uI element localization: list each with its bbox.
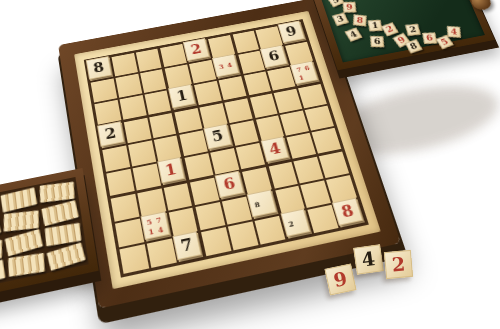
blank-tile-stack[interactable]: [41, 200, 79, 226]
board-cell-r4c3[interactable]: [149, 113, 177, 138]
blank-tile-stack[interactable]: [0, 259, 6, 287]
board-cell-r2c1[interactable]: [91, 78, 117, 102]
number-tile-1-r6c3[interactable]: 1: [157, 157, 185, 184]
number-tile-7-r9c3[interactable]: 7: [172, 231, 202, 260]
board-cell-r7c5[interactable]: 6: [216, 172, 245, 199]
number-tile-1-r3c4[interactable]: 1: [168, 84, 195, 108]
board-cell-r3c6[interactable]: [218, 76, 246, 100]
board-cell-r8c4[interactable]: [196, 202, 226, 230]
board-cell-r9c1[interactable]: [119, 244, 149, 274]
board-cell-r1c9[interactable]: 9: [279, 22, 306, 44]
right-tile-drawer[interactable]: 59384126928654: [311, 0, 495, 70]
sudoku-board-assembly: 82341967612154571476828 59384126928654: [58, 0, 401, 309]
board-cell-r3c5[interactable]: [194, 81, 221, 105]
number-tile-2-r4c1[interactable]: 2: [97, 121, 124, 147]
board-cell-r2c8[interactable]: 6: [262, 46, 290, 69]
board-cell-r6c9[interactable]: [312, 128, 342, 154]
board-cell-r5c9[interactable]: [305, 106, 334, 131]
loose-tile-4[interactable]: 4: [353, 244, 383, 274]
board-cell-r2c6[interactable]: 34: [213, 55, 240, 78]
grid-box: 2341: [160, 35, 246, 110]
number-tile-9-r1c9[interactable]: 9: [278, 21, 305, 43]
right-drawer-felt-lining: 59384126928654: [320, 0, 485, 62]
board-cell-r4c2[interactable]: [124, 118, 151, 143]
loose-tile-2[interactable]: 2: [384, 250, 413, 279]
board-cell-r3c4[interactable]: 1: [170, 85, 197, 109]
drawer-tile-2[interactable]: 2: [405, 24, 421, 36]
grid-box: 5: [175, 98, 265, 179]
drawer-tile-8[interactable]: 8: [353, 14, 367, 26]
board-cell-r5c4[interactable]: [180, 130, 208, 156]
loose-tile-9[interactable]: 9: [324, 263, 356, 295]
drawer-tile-8[interactable]: 8: [405, 39, 423, 53]
board-cell-r7c8[interactable]: [294, 157, 324, 184]
board-cell-r4c1[interactable]: 2: [98, 123, 125, 149]
board-cell-r4c9[interactable]: [298, 84, 327, 108]
drawer-tile-2[interactable]: 2: [381, 22, 399, 36]
board-cell-r9c3[interactable]: 7: [174, 233, 204, 262]
board-cell-r4c6[interactable]: [224, 98, 252, 123]
board-cell-r7c3[interactable]: [163, 183, 192, 211]
drawer-tile-6[interactable]: 6: [370, 36, 384, 47]
pencil-mark: 4: [226, 62, 232, 68]
pencil-tile-r9c7[interactable]: 2: [280, 208, 311, 236]
blank-tile-stack[interactable]: [0, 187, 37, 212]
grid-box: 4: [250, 84, 342, 164]
drawer-tile-3[interactable]: 3: [332, 12, 349, 26]
board-cell-r6c6[interactable]: [236, 143, 265, 169]
board-cell-r4c4[interactable]: [175, 108, 203, 133]
board-cell-r3c9[interactable]: 761: [292, 62, 320, 86]
grid-box: 28: [268, 152, 364, 239]
board-cell-r9c9[interactable]: 8: [334, 199, 365, 227]
grid-box: 96761: [232, 22, 319, 95]
board-cell-r2c5[interactable]: [189, 60, 216, 84]
board-cell-r5c1[interactable]: [102, 145, 130, 171]
board-cell-r8c8[interactable]: [301, 180, 331, 208]
blank-tile-stack[interactable]: [8, 253, 45, 277]
number-tile-6-r2c8[interactable]: 6: [260, 45, 287, 68]
pencil-mark: 5: [146, 218, 152, 226]
number-tile-6-r7c5[interactable]: 6: [215, 171, 244, 198]
board-cell-r3c7[interactable]: [244, 71, 272, 95]
board-cell-r2c3[interactable]: [140, 69, 167, 93]
board-cell-r9c4[interactable]: [201, 227, 231, 256]
pencil-mark: 3: [218, 63, 224, 69]
pencil-mark: 2: [288, 220, 295, 228]
product-photo-scene: 82341967612154571476828 59384126928654 9…: [0, 0, 500, 329]
blank-tile-stack[interactable]: [47, 242, 86, 271]
board-cell-r6c3[interactable]: 1: [158, 158, 187, 185]
blank-tile-stack[interactable]: [4, 210, 39, 231]
grid-box: 68: [190, 167, 285, 256]
pencil-mark: 8: [254, 200, 261, 208]
board-cell-r7c4[interactable]: [190, 178, 219, 205]
blank-tile-stack[interactable]: [0, 215, 1, 242]
pencil-tile-r8c6[interactable]: 8: [247, 190, 277, 218]
board-cell-r7c1[interactable]: [111, 194, 140, 222]
pencil-mark: 1: [148, 227, 154, 235]
blank-tile-stack[interactable]: [40, 181, 75, 202]
board-cell-r3c3[interactable]: [144, 90, 171, 115]
pencil-tile-r2c6[interactable]: 34: [212, 54, 239, 77]
board-cell-r1c1[interactable]: 8: [87, 58, 113, 82]
board-cell-r6c7[interactable]: 4: [262, 138, 291, 164]
board-cell-r7c9[interactable]: [319, 152, 349, 179]
board-cell-r6c4[interactable]: [185, 153, 214, 180]
drawer-tile-9[interactable]: 9: [343, 2, 357, 13]
board-cell-r1c5[interactable]: 2: [184, 39, 211, 62]
board-cell-r5c8[interactable]: [280, 110, 309, 135]
board-cell-r6c8[interactable]: [287, 133, 316, 159]
number-tile-8-r1c1[interactable]: 8: [86, 56, 112, 79]
board-cell-r2c2[interactable]: [115, 74, 142, 98]
left-tile-drawer[interactable]: [0, 168, 99, 309]
grid-box: 57147: [111, 183, 204, 274]
board-cell-r8c2[interactable]: 5714: [142, 213, 171, 242]
pencil-mark: 7: [155, 216, 161, 224]
pencil-mark: 1: [298, 74, 304, 81]
board-cell-r3c2[interactable]: [119, 95, 146, 120]
board-cell-r9c7[interactable]: 2: [282, 210, 313, 239]
board-cell-r9c6[interactable]: [254, 216, 285, 245]
board-cell-r1c4[interactable]: [160, 44, 186, 67]
board-cell-r5c5[interactable]: 5: [205, 125, 233, 151]
grid-box: 8: [87, 49, 171, 125]
board-cell-r7c7[interactable]: [268, 162, 298, 189]
pencil-tile-r8c2[interactable]: 5714: [140, 211, 169, 240]
board-cell-r8c1[interactable]: [115, 219, 144, 248]
board-cell-r9c2[interactable]: [147, 238, 177, 268]
pencil-mark: 6: [304, 64, 310, 70]
board-cell-r1c2[interactable]: [111, 53, 137, 76]
pencil-tile-r3c9[interactable]: 761: [290, 61, 318, 85]
board-cell-r4c8[interactable]: [274, 89, 302, 114]
number-tile-2-r1c5[interactable]: 2: [183, 38, 210, 61]
board-cell-r1c3[interactable]: [135, 49, 161, 72]
grid-box: 21: [98, 113, 186, 196]
blank-tile-stack[interactable]: [5, 229, 43, 257]
drawer-tile-4[interactable]: 4: [447, 26, 461, 38]
number-tile-5-r5c5[interactable]: 5: [203, 124, 231, 150]
board-cell-r6c1[interactable]: [106, 169, 134, 196]
board-cell-r6c2[interactable]: [132, 164, 160, 191]
board-cell-r1c7[interactable]: [232, 31, 259, 54]
pencil-mark: 7: [296, 66, 302, 72]
board-cell-r5c2[interactable]: [128, 140, 156, 166]
drawer-tile-4[interactable]: 4: [345, 27, 363, 42]
board-cell-r8c6[interactable]: 8: [248, 191, 278, 219]
board-cell-r5c6[interactable]: [230, 120, 259, 146]
pencil-mark: 4: [157, 226, 163, 234]
board-cell-r4c7[interactable]: [250, 93, 278, 118]
board-cell-r9c5[interactable]: [228, 221, 258, 250]
sudoku-grid: 82341967612154571476828: [84, 19, 369, 278]
number-tile-4-r6c7[interactable]: 4: [260, 136, 289, 162]
